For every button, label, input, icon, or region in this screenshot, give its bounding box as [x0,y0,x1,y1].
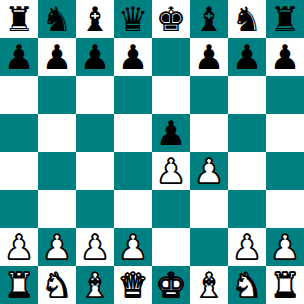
square-e6[interactable] [152,76,190,114]
black-pawn-icon: ♟ [80,38,110,76]
square-a5[interactable] [0,114,38,152]
black-rook-icon: ♜ [4,0,34,38]
white-pawn-icon: ♟ [4,228,34,266]
square-e2[interactable] [152,228,190,266]
black-pawn-icon: ♟ [232,38,262,76]
square-d5[interactable] [114,114,152,152]
square-a1[interactable]: ♜ [0,266,38,304]
square-a8[interactable]: ♜ [0,0,38,38]
black-bishop-icon: ♝ [80,0,110,38]
square-f1[interactable]: ♝ [190,266,228,304]
black-pawn-icon: ♟ [194,38,224,76]
black-knight-icon: ♞ [42,0,72,38]
square-g2[interactable]: ♟ [228,228,266,266]
square-a4[interactable] [0,152,38,190]
square-f4[interactable]: ♟ [190,152,228,190]
black-pawn-icon: ♟ [42,38,72,76]
white-rook-icon: ♜ [4,266,34,304]
square-h3[interactable] [266,190,304,228]
black-queen-icon: ♛ [118,0,148,38]
square-a2[interactable]: ♟ [0,228,38,266]
square-e4[interactable]: ♟ [152,152,190,190]
square-b3[interactable] [38,190,76,228]
square-e8[interactable]: ♚ [152,0,190,38]
black-knight-icon: ♞ [232,0,262,38]
square-g6[interactable] [228,76,266,114]
square-c4[interactable] [76,152,114,190]
square-h1[interactable]: ♜ [266,266,304,304]
square-b7[interactable]: ♟ [38,38,76,76]
square-g3[interactable] [228,190,266,228]
square-e5[interactable]: ♟ [152,114,190,152]
black-pawn-icon: ♟ [118,38,148,76]
square-b6[interactable] [38,76,76,114]
square-a3[interactable] [0,190,38,228]
square-e7[interactable] [152,38,190,76]
black-king-icon: ♚ [156,0,186,38]
white-rook-icon: ♜ [270,266,300,304]
square-b1[interactable]: ♞ [38,266,76,304]
square-g8[interactable]: ♞ [228,0,266,38]
white-pawn-icon: ♟ [270,228,300,266]
square-b5[interactable] [38,114,76,152]
square-g5[interactable] [228,114,266,152]
square-g1[interactable]: ♞ [228,266,266,304]
square-h4[interactable] [266,152,304,190]
black-bishop-icon: ♝ [194,0,224,38]
square-g4[interactable] [228,152,266,190]
square-h8[interactable]: ♜ [266,0,304,38]
square-d7[interactable]: ♟ [114,38,152,76]
square-b4[interactable] [38,152,76,190]
white-queen-icon: ♛ [118,266,148,304]
square-d2[interactable]: ♟ [114,228,152,266]
chess-board: ♜♞♝♛♚♝♞♜♟♟♟♟♟♟♟♟♟♟♟♟♟♟♟♟♜♞♝♛♚♝♞♜ [0,0,304,304]
square-h2[interactable]: ♟ [266,228,304,266]
square-b2[interactable]: ♟ [38,228,76,266]
square-h5[interactable] [266,114,304,152]
square-e1[interactable]: ♚ [152,266,190,304]
black-pawn-icon: ♟ [270,38,300,76]
square-h6[interactable] [266,76,304,114]
square-d8[interactable]: ♛ [114,0,152,38]
white-king-icon: ♚ [156,266,186,304]
square-d4[interactable] [114,152,152,190]
square-f3[interactable] [190,190,228,228]
white-knight-icon: ♞ [42,266,72,304]
white-pawn-icon: ♟ [194,152,224,190]
white-knight-icon: ♞ [232,266,262,304]
white-pawn-icon: ♟ [156,152,186,190]
square-c8[interactable]: ♝ [76,0,114,38]
square-c1[interactable]: ♝ [76,266,114,304]
square-c2[interactable]: ♟ [76,228,114,266]
square-c5[interactable] [76,114,114,152]
square-d3[interactable] [114,190,152,228]
white-pawn-icon: ♟ [232,228,262,266]
square-f2[interactable] [190,228,228,266]
black-rook-icon: ♜ [270,0,300,38]
square-f8[interactable]: ♝ [190,0,228,38]
square-d1[interactable]: ♛ [114,266,152,304]
white-pawn-icon: ♟ [80,228,110,266]
square-c7[interactable]: ♟ [76,38,114,76]
square-f6[interactable] [190,76,228,114]
square-d6[interactable] [114,76,152,114]
square-f5[interactable] [190,114,228,152]
square-a7[interactable]: ♟ [0,38,38,76]
white-pawn-icon: ♟ [118,228,148,266]
white-bishop-icon: ♝ [80,266,110,304]
square-c6[interactable] [76,76,114,114]
black-pawn-icon: ♟ [156,114,186,152]
square-f7[interactable]: ♟ [190,38,228,76]
square-e3[interactable] [152,190,190,228]
white-pawn-icon: ♟ [42,228,72,266]
square-a6[interactable] [0,76,38,114]
square-b8[interactable]: ♞ [38,0,76,38]
white-bishop-icon: ♝ [194,266,224,304]
square-c3[interactable] [76,190,114,228]
square-h7[interactable]: ♟ [266,38,304,76]
square-g7[interactable]: ♟ [228,38,266,76]
black-pawn-icon: ♟ [4,38,34,76]
